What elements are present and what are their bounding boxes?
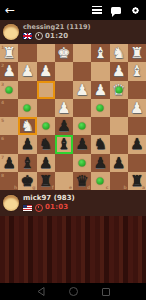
user-name: mick97 (983) xyxy=(23,195,75,202)
opponent-time: 01:20 xyxy=(45,33,68,40)
rank-label: 3 xyxy=(1,82,4,87)
square-b4[interactable] xyxy=(110,99,128,117)
square-g6[interactable]: ♟ xyxy=(18,135,36,153)
square-g8[interactable]: g♚ xyxy=(18,172,36,190)
square-b7[interactable]: ♟ xyxy=(110,154,128,172)
file-label: b xyxy=(124,185,127,190)
black-pawn: ♟ xyxy=(0,154,18,172)
square-h2[interactable]: 2♟ xyxy=(0,62,18,80)
square-a4[interactable]: ♟ xyxy=(128,99,146,117)
square-d6[interactable]: ♟ xyxy=(73,135,91,153)
square-a8[interactable]: a♜ xyxy=(128,172,146,190)
square-d2[interactable] xyxy=(73,62,91,80)
nav-recents-icon[interactable] xyxy=(102,288,110,296)
square-g1[interactable] xyxy=(18,44,36,62)
white-pawn: ♟ xyxy=(0,62,18,80)
legal-move-dot[interactable] xyxy=(6,86,13,93)
square-e5[interactable]: ♟ xyxy=(55,117,73,135)
square-c5[interactable] xyxy=(91,117,109,135)
legal-move-dot[interactable] xyxy=(97,104,104,111)
black-pawn: ♟ xyxy=(55,117,73,135)
toolbar-actions xyxy=(92,5,141,16)
white-knight: ♞ xyxy=(18,117,36,135)
nav-back-icon[interactable] xyxy=(37,287,45,296)
square-h5[interactable]: 5 xyxy=(0,117,18,135)
square-b3[interactable]: ♛ xyxy=(110,81,128,99)
square-e7[interactable] xyxy=(55,154,73,172)
square-h6[interactable]: 6 xyxy=(0,135,18,153)
square-b8[interactable]: b xyxy=(110,172,128,190)
clock-icon xyxy=(35,32,43,40)
file-label: e xyxy=(69,185,72,190)
opponent-meta: 01:20 xyxy=(23,32,91,40)
legal-move-dot[interactable] xyxy=(24,104,31,111)
white-pawn: ♟ xyxy=(91,81,109,99)
white-bishop: ♝ xyxy=(91,44,109,62)
square-b2[interactable]: ♟ xyxy=(110,62,128,80)
square-a1[interactable]: ♜ xyxy=(128,44,146,62)
black-pawn: ♟ xyxy=(128,135,146,153)
square-h4[interactable]: 4 xyxy=(0,99,18,117)
square-f4[interactable] xyxy=(37,99,55,117)
square-d5[interactable] xyxy=(73,117,91,135)
opponent-player-bar: chessing21 (1119) 01:20 xyxy=(0,20,146,44)
square-a6[interactable]: ♟ xyxy=(128,135,146,153)
settings-gear-icon[interactable] xyxy=(130,5,141,16)
square-e6[interactable]: ♝ xyxy=(55,135,73,153)
rank-label: 8 xyxy=(1,173,4,178)
white-king: ♚ xyxy=(55,44,73,62)
square-c6[interactable]: ♞ xyxy=(91,135,109,153)
square-f6[interactable]: ♞ xyxy=(37,135,55,153)
rank-label: 6 xyxy=(1,136,4,141)
nav-home-icon[interactable] xyxy=(69,287,78,296)
square-c4[interactable] xyxy=(91,99,109,117)
user-meta: 01:03 xyxy=(23,204,75,212)
square-d4[interactable] xyxy=(73,99,91,117)
square-f5[interactable] xyxy=(37,117,55,135)
square-h3[interactable]: 3 xyxy=(0,81,18,99)
white-knight: ♞ xyxy=(110,44,128,62)
black-pawn: ♟ xyxy=(110,154,128,172)
square-a3[interactable] xyxy=(128,81,146,99)
square-g2[interactable]: ♟ xyxy=(18,62,36,80)
black-rook: ♜ xyxy=(37,172,55,190)
app-screen: ← chessing21 (1119) 01:20 xyxy=(0,0,146,300)
square-e8[interactable]: e xyxy=(55,172,73,190)
square-b6[interactable] xyxy=(110,135,128,153)
black-knight: ♞ xyxy=(37,135,55,153)
square-b1[interactable]: ♞ xyxy=(110,44,128,62)
square-c3[interactable]: ♟ xyxy=(91,81,109,99)
us-flag-icon xyxy=(23,205,32,211)
square-f8[interactable]: f♜ xyxy=(37,172,55,190)
square-e2[interactable] xyxy=(55,62,73,80)
square-b5[interactable] xyxy=(110,117,128,135)
square-d8[interactable]: d♛ xyxy=(73,172,91,190)
square-h1[interactable]: 1♜ xyxy=(0,44,18,62)
black-pawn: ♟ xyxy=(73,135,91,153)
square-g5[interactable]: ♞ xyxy=(18,117,36,135)
legal-move-dot[interactable] xyxy=(97,177,104,184)
legal-move-dot[interactable] xyxy=(115,86,122,93)
clock-icon-active xyxy=(35,204,43,212)
white-pawn: ♟ xyxy=(110,62,128,80)
user-info: mick97 (983) 01:03 xyxy=(23,195,75,212)
white-pawn: ♟ xyxy=(73,81,91,99)
chat-icon[interactable] xyxy=(111,7,121,14)
uk-flag-icon xyxy=(23,33,32,39)
back-arrow-icon[interactable]: ← xyxy=(5,0,15,20)
opponent-rating: (1119) xyxy=(66,23,90,31)
white-rook: ♜ xyxy=(0,44,18,62)
square-c2[interactable] xyxy=(91,62,109,80)
user-player-bar: mick97 (983) 01:03 xyxy=(0,190,146,216)
white-bishop: ♝ xyxy=(128,62,146,80)
rank-label: 4 xyxy=(1,100,4,105)
square-a5[interactable] xyxy=(128,117,146,135)
white-pawn: ♟ xyxy=(18,62,36,80)
top-toolbar: ← xyxy=(0,0,146,20)
square-g3[interactable] xyxy=(18,81,36,99)
square-e3[interactable] xyxy=(55,81,73,99)
user-avatar[interactable] xyxy=(3,195,19,211)
white-rook: ♜ xyxy=(128,44,146,62)
opponent-name: chessing21 (1119) xyxy=(23,24,91,31)
legal-move-dot[interactable] xyxy=(79,159,86,166)
square-e4[interactable]: ♟ xyxy=(55,99,73,117)
black-pawn: ♟ xyxy=(18,135,36,153)
white-pawn: ♟ xyxy=(37,62,55,80)
user-time: 01:03 xyxy=(45,204,68,211)
opponent-avatar[interactable] xyxy=(3,24,19,40)
android-nav-bar xyxy=(0,283,146,300)
white-pawn: ♟ xyxy=(55,99,73,117)
black-knight: ♞ xyxy=(91,135,109,153)
square-a7[interactable] xyxy=(128,154,146,172)
square-c8[interactable]: c xyxy=(91,172,109,190)
wood-background xyxy=(0,216,146,283)
legal-move-dot[interactable] xyxy=(42,123,49,130)
black-bishop: ♝ xyxy=(18,154,36,172)
legal-move-dot[interactable] xyxy=(79,123,86,130)
square-g7[interactable]: ♝ xyxy=(18,154,36,172)
square-f7[interactable]: ♟ xyxy=(37,154,55,172)
square-h7[interactable]: 7♟ xyxy=(0,154,18,172)
rank-label: 5 xyxy=(1,118,4,123)
black-rook: ♜ xyxy=(128,172,146,190)
file-label: h xyxy=(14,185,17,190)
square-d1[interactable] xyxy=(73,44,91,62)
opponent-clock: 01:20 xyxy=(35,32,68,40)
square-c1[interactable]: ♝ xyxy=(91,44,109,62)
user-rating: (983) xyxy=(54,194,75,202)
square-c7[interactable]: ♟ xyxy=(91,154,109,172)
black-queen: ♛ xyxy=(73,172,91,190)
move-list-icon[interactable] xyxy=(92,6,102,14)
square-e1[interactable]: ♚ xyxy=(55,44,73,62)
square-a2[interactable]: ♝ xyxy=(128,62,146,80)
square-f2[interactable]: ♟ xyxy=(37,62,55,80)
black-king: ♚ xyxy=(18,172,36,190)
black-bishop: ♝ xyxy=(55,135,73,153)
square-f3[interactable] xyxy=(37,81,55,99)
square-f1[interactable] xyxy=(37,44,55,62)
chess-board[interactable]: 1♜♚♝♞♜2♟♟♟♟♝3♟♟♛4♟♟5♞♟6♟♞♝♟♞♟7♟♝♟♟♟8hg♚f… xyxy=(0,44,146,190)
user-clock: 01:03 xyxy=(35,204,68,212)
black-pawn: ♟ xyxy=(37,154,55,172)
square-d7[interactable] xyxy=(73,154,91,172)
file-label: c xyxy=(106,185,109,190)
black-pawn: ♟ xyxy=(91,154,109,172)
square-g4[interactable] xyxy=(18,99,36,117)
square-h8[interactable]: 8h xyxy=(0,172,18,190)
white-pawn: ♟ xyxy=(128,99,146,117)
square-d3[interactable]: ♟ xyxy=(73,81,91,99)
opponent-info: chessing21 (1119) 01:20 xyxy=(23,24,91,41)
